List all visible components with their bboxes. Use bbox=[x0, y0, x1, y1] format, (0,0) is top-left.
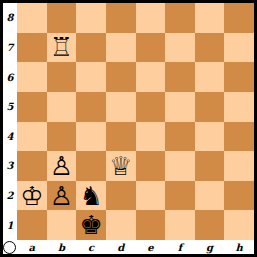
square-a8[interactable] bbox=[17, 3, 47, 33]
square-f2[interactable] bbox=[165, 181, 195, 211]
square-e8[interactable] bbox=[136, 3, 166, 33]
square-a7[interactable] bbox=[17, 33, 47, 63]
square-c8[interactable] bbox=[76, 3, 106, 33]
white-pawn-b3[interactable]: ♙ bbox=[50, 153, 73, 179]
square-c6[interactable] bbox=[76, 62, 106, 92]
rank-label-7: 7 bbox=[3, 33, 17, 63]
black-king-c1[interactable]: ♚ bbox=[79, 212, 102, 238]
square-d6[interactable] bbox=[106, 62, 136, 92]
square-h2[interactable] bbox=[224, 181, 254, 211]
square-b1[interactable] bbox=[47, 210, 77, 240]
chess-diagram-frame: 87654321 ♖♙♕♔♙♞♚ abcdefgh bbox=[0, 0, 257, 257]
white-to-move-indicator bbox=[3, 241, 16, 254]
square-h7[interactable] bbox=[224, 33, 254, 63]
square-e1[interactable] bbox=[136, 210, 166, 240]
square-c1[interactable]: ♚ bbox=[76, 210, 106, 240]
square-f4[interactable] bbox=[165, 122, 195, 152]
square-f8[interactable] bbox=[165, 3, 195, 33]
square-c2[interactable]: ♞ bbox=[76, 181, 106, 211]
square-a6[interactable] bbox=[17, 62, 47, 92]
rank-label-1: 1 bbox=[3, 210, 17, 240]
white-king-a2[interactable]: ♔ bbox=[20, 183, 43, 209]
chess-board[interactable]: ♖♙♕♔♙♞♚ bbox=[17, 3, 254, 240]
rank-label-5: 5 bbox=[3, 92, 17, 122]
square-a4[interactable] bbox=[17, 122, 47, 152]
white-queen-d3[interactable]: ♕ bbox=[109, 153, 132, 179]
file-label-f: f bbox=[165, 240, 195, 254]
square-g5[interactable] bbox=[195, 92, 225, 122]
rank-label-6: 6 bbox=[3, 62, 17, 92]
rank-label-3: 3 bbox=[3, 151, 17, 181]
file-label-e: e bbox=[136, 240, 166, 254]
rank-label-2: 2 bbox=[3, 181, 17, 211]
file-label-b: b bbox=[47, 240, 77, 254]
file-label-a: a bbox=[17, 240, 47, 254]
square-g2[interactable] bbox=[195, 181, 225, 211]
square-a5[interactable] bbox=[17, 92, 47, 122]
square-g1[interactable] bbox=[195, 210, 225, 240]
file-labels: abcdefgh bbox=[17, 240, 254, 254]
square-g8[interactable] bbox=[195, 3, 225, 33]
square-h3[interactable] bbox=[224, 151, 254, 181]
file-label-d: d bbox=[106, 240, 136, 254]
black-knight-c2[interactable]: ♞ bbox=[79, 183, 102, 209]
square-g3[interactable] bbox=[195, 151, 225, 181]
square-c7[interactable] bbox=[76, 33, 106, 63]
square-b8[interactable] bbox=[47, 3, 77, 33]
rank-label-4: 4 bbox=[3, 122, 17, 152]
square-b3[interactable]: ♙ bbox=[47, 151, 77, 181]
square-c5[interactable] bbox=[76, 92, 106, 122]
square-b2[interactable]: ♙ bbox=[47, 181, 77, 211]
square-e6[interactable] bbox=[136, 62, 166, 92]
square-e4[interactable] bbox=[136, 122, 166, 152]
square-b4[interactable] bbox=[47, 122, 77, 152]
square-f3[interactable] bbox=[165, 151, 195, 181]
square-d4[interactable] bbox=[106, 122, 136, 152]
file-label-h: h bbox=[224, 240, 254, 254]
square-f1[interactable] bbox=[165, 210, 195, 240]
square-g7[interactable] bbox=[195, 33, 225, 63]
file-label-g: g bbox=[195, 240, 225, 254]
rank-labels: 87654321 bbox=[3, 3, 17, 240]
square-d2[interactable] bbox=[106, 181, 136, 211]
square-e5[interactable] bbox=[136, 92, 166, 122]
square-h1[interactable] bbox=[224, 210, 254, 240]
square-d1[interactable] bbox=[106, 210, 136, 240]
square-c3[interactable] bbox=[76, 151, 106, 181]
square-d5[interactable] bbox=[106, 92, 136, 122]
square-a3[interactable] bbox=[17, 151, 47, 181]
square-g4[interactable] bbox=[195, 122, 225, 152]
square-d3[interactable]: ♕ bbox=[106, 151, 136, 181]
square-h5[interactable] bbox=[224, 92, 254, 122]
square-a2[interactable]: ♔ bbox=[17, 181, 47, 211]
square-h4[interactable] bbox=[224, 122, 254, 152]
square-e2[interactable] bbox=[136, 181, 166, 211]
square-h8[interactable] bbox=[224, 3, 254, 33]
square-h6[interactable] bbox=[224, 62, 254, 92]
white-pawn-b2[interactable]: ♙ bbox=[50, 183, 73, 209]
square-e3[interactable] bbox=[136, 151, 166, 181]
file-label-c: c bbox=[76, 240, 106, 254]
square-b6[interactable] bbox=[47, 62, 77, 92]
square-b7[interactable]: ♖ bbox=[47, 33, 77, 63]
rank-label-8: 8 bbox=[3, 3, 17, 33]
square-d7[interactable] bbox=[106, 33, 136, 63]
square-c4[interactable] bbox=[76, 122, 106, 152]
square-e7[interactable] bbox=[136, 33, 166, 63]
white-rook-b7[interactable]: ♖ bbox=[50, 34, 73, 60]
square-d8[interactable] bbox=[106, 3, 136, 33]
square-f6[interactable] bbox=[165, 62, 195, 92]
diagram-inner: 87654321 ♖♙♕♔♙♞♚ abcdefgh bbox=[3, 3, 254, 254]
square-f5[interactable] bbox=[165, 92, 195, 122]
square-b5[interactable] bbox=[47, 92, 77, 122]
square-g6[interactable] bbox=[195, 62, 225, 92]
square-f7[interactable] bbox=[165, 33, 195, 63]
square-a1[interactable] bbox=[17, 210, 47, 240]
